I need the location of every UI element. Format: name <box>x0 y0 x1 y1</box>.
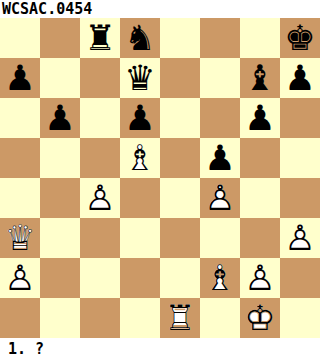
square-b7[interactable] <box>40 58 80 98</box>
square-g7[interactable]: ♝ <box>240 58 280 98</box>
square-h6[interactable] <box>280 98 320 138</box>
black-king[interactable]: ♚ <box>280 18 320 58</box>
square-e5[interactable] <box>160 138 200 178</box>
square-f1[interactable] <box>200 298 240 338</box>
square-c2[interactable] <box>80 258 120 298</box>
square-a2[interactable]: ♟♙ <box>0 258 40 298</box>
white-bishop[interactable]: ♝♗ <box>200 258 240 298</box>
square-a8[interactable] <box>0 18 40 58</box>
square-d4[interactable] <box>120 178 160 218</box>
chess-problem-viewer: WCSAC.0454 ♜♞♚♟♛♝♟♟♟♟♝♗♟♟♙♟♙♛♕♟♙♟♙♝♗♟♙♜♖… <box>0 0 320 360</box>
black-pawn[interactable]: ♟ <box>40 98 80 138</box>
square-h3[interactable]: ♟♙ <box>280 218 320 258</box>
square-g6[interactable]: ♟ <box>240 98 280 138</box>
square-a4[interactable] <box>0 178 40 218</box>
square-d8[interactable]: ♞ <box>120 18 160 58</box>
square-f5[interactable]: ♟ <box>200 138 240 178</box>
square-e8[interactable] <box>160 18 200 58</box>
square-h4[interactable] <box>280 178 320 218</box>
white-rook[interactable]: ♜♖ <box>160 298 200 338</box>
white-pawn[interactable]: ♟♙ <box>80 178 120 218</box>
square-e7[interactable] <box>160 58 200 98</box>
square-e2[interactable] <box>160 258 200 298</box>
square-f7[interactable] <box>200 58 240 98</box>
square-b6[interactable]: ♟ <box>40 98 80 138</box>
square-f4[interactable]: ♟♙ <box>200 178 240 218</box>
white-pawn-outline: ♙ <box>240 258 280 298</box>
square-d1[interactable] <box>120 298 160 338</box>
square-c5[interactable] <box>80 138 120 178</box>
square-b3[interactable] <box>40 218 80 258</box>
square-c4[interactable]: ♟♙ <box>80 178 120 218</box>
square-a3[interactable]: ♛♕ <box>0 218 40 258</box>
problem-id-title: WCSAC.0454 <box>0 0 320 18</box>
white-queen-outline: ♕ <box>0 218 40 258</box>
white-bishop[interactable]: ♝♗ <box>120 138 160 178</box>
square-f2[interactable]: ♝♗ <box>200 258 240 298</box>
black-bishop[interactable]: ♝ <box>240 58 280 98</box>
white-pawn[interactable]: ♟♙ <box>0 258 40 298</box>
square-f6[interactable] <box>200 98 240 138</box>
square-h1[interactable] <box>280 298 320 338</box>
square-f8[interactable] <box>200 18 240 58</box>
square-d6[interactable]: ♟ <box>120 98 160 138</box>
square-g5[interactable] <box>240 138 280 178</box>
square-g4[interactable] <box>240 178 280 218</box>
square-e1[interactable]: ♜♖ <box>160 298 200 338</box>
square-a5[interactable] <box>0 138 40 178</box>
square-c3[interactable] <box>80 218 120 258</box>
white-rook-outline: ♖ <box>160 298 200 338</box>
square-e3[interactable] <box>160 218 200 258</box>
white-queen[interactable]: ♛♕ <box>0 218 40 258</box>
white-bishop-outline: ♗ <box>200 258 240 298</box>
square-g2[interactable]: ♟♙ <box>240 258 280 298</box>
square-c8[interactable]: ♜ <box>80 18 120 58</box>
square-a1[interactable] <box>0 298 40 338</box>
black-pawn[interactable]: ♟ <box>120 98 160 138</box>
square-a6[interactable] <box>0 98 40 138</box>
black-pawn[interactable]: ♟ <box>280 58 320 98</box>
square-b8[interactable] <box>40 18 80 58</box>
square-c6[interactable] <box>80 98 120 138</box>
square-e6[interactable] <box>160 98 200 138</box>
square-c1[interactable] <box>80 298 120 338</box>
black-rook[interactable]: ♜ <box>80 18 120 58</box>
square-d5[interactable]: ♝♗ <box>120 138 160 178</box>
black-knight[interactable]: ♞ <box>120 18 160 58</box>
square-c7[interactable] <box>80 58 120 98</box>
square-d7[interactable]: ♛ <box>120 58 160 98</box>
black-pawn[interactable]: ♟ <box>240 98 280 138</box>
white-pawn-outline: ♙ <box>200 178 240 218</box>
white-pawn[interactable]: ♟♙ <box>240 258 280 298</box>
square-b1[interactable] <box>40 298 80 338</box>
black-pawn[interactable]: ♟ <box>200 138 240 178</box>
move-prompt: 1. ? <box>0 338 320 360</box>
white-pawn[interactable]: ♟♙ <box>280 218 320 258</box>
white-pawn-outline: ♙ <box>0 258 40 298</box>
square-e4[interactable] <box>160 178 200 218</box>
square-d3[interactable] <box>120 218 160 258</box>
square-f3[interactable] <box>200 218 240 258</box>
square-h5[interactable] <box>280 138 320 178</box>
square-b4[interactable] <box>40 178 80 218</box>
square-d2[interactable] <box>120 258 160 298</box>
white-king-outline: ♔ <box>240 298 280 338</box>
square-g3[interactable] <box>240 218 280 258</box>
square-g8[interactable] <box>240 18 280 58</box>
square-a7[interactable]: ♟ <box>0 58 40 98</box>
black-queen[interactable]: ♛ <box>120 58 160 98</box>
square-h8[interactable]: ♚ <box>280 18 320 58</box>
black-pawn[interactable]: ♟ <box>0 58 40 98</box>
white-king[interactable]: ♚♔ <box>240 298 280 338</box>
white-bishop-outline: ♗ <box>120 138 160 178</box>
white-pawn[interactable]: ♟♙ <box>200 178 240 218</box>
square-h2[interactable] <box>280 258 320 298</box>
square-g1[interactable]: ♚♔ <box>240 298 280 338</box>
square-b2[interactable] <box>40 258 80 298</box>
chess-board: ♜♞♚♟♛♝♟♟♟♟♝♗♟♟♙♟♙♛♕♟♙♟♙♝♗♟♙♜♖♚♔ <box>0 18 320 338</box>
white-pawn-outline: ♙ <box>80 178 120 218</box>
square-b5[interactable] <box>40 138 80 178</box>
white-pawn-outline: ♙ <box>280 218 320 258</box>
square-h7[interactable]: ♟ <box>280 58 320 98</box>
